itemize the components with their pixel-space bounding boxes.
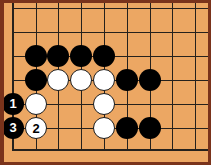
grid-hline: [12, 32, 211, 33]
stone-black-move-3: 3: [2, 117, 24, 139]
board-frame-bottom: [0, 162, 211, 165]
grid-vline: [195, 0, 196, 151]
go-board: 132: [0, 0, 211, 165]
stone-black: [139, 117, 161, 139]
stone-white: [93, 117, 115, 139]
stone-black: [139, 69, 161, 91]
stone-white-move-2: 2: [25, 117, 47, 139]
board-frame-top: [0, 0, 211, 3]
stone-black: [70, 45, 92, 67]
board-frame-left: [0, 0, 4, 165]
grid-vline: [172, 0, 173, 151]
stone-black: [116, 117, 138, 139]
stone-white: [47, 69, 69, 91]
stone-white: [25, 93, 47, 115]
board-bottom-edge-line: [12, 149, 211, 151]
stone-white: [93, 93, 115, 115]
stone-white: [70, 69, 92, 91]
stone-black-move-1: 1: [2, 93, 24, 115]
stone-black: [116, 69, 138, 91]
stone-black: [25, 69, 47, 91]
stone-black: [47, 45, 69, 67]
stone-white: [93, 69, 115, 91]
stone-black: [93, 45, 115, 67]
grid-hline: [12, 8, 211, 9]
board-frame-right: [208, 0, 211, 165]
stone-black: [25, 45, 47, 67]
